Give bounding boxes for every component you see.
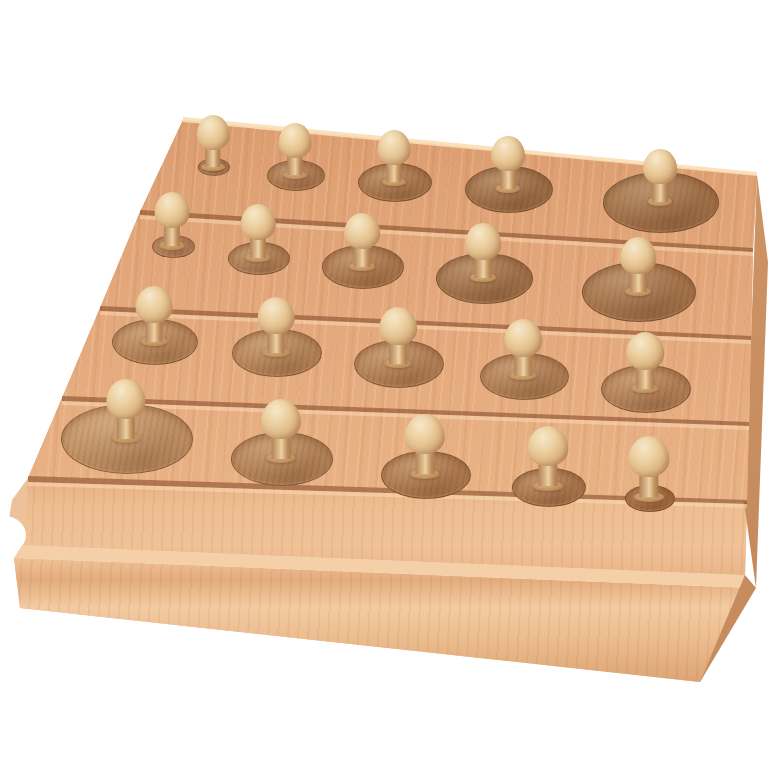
cell-r1c3[interactable] [318, 130, 463, 237]
cell-r2c5[interactable] [607, 246, 752, 353]
cell-r2c3[interactable] [318, 228, 463, 335]
cell-r3c4[interactable] [462, 334, 607, 441]
cell-r3c2[interactable] [173, 316, 318, 423]
cell-r4c3[interactable] [318, 423, 463, 530]
cell-r4c4[interactable] [462, 432, 607, 539]
cell-r4c2[interactable] [173, 414, 318, 521]
cell-r2c1[interactable] [28, 210, 173, 317]
cell-r3c1[interactable] [28, 307, 173, 414]
cell-r1c1[interactable] [28, 112, 173, 219]
cell-r2c4[interactable] [462, 237, 607, 344]
cell-r1c5[interactable] [607, 148, 752, 255]
cell-r4c5[interactable] [607, 441, 752, 548]
scene: Montessori knobbed cylinder blocks — fou… [0, 0, 768, 768]
cell-r1c2[interactable] [173, 121, 318, 228]
cell-r3c3[interactable] [318, 325, 463, 432]
cylinder-grid [28, 112, 752, 548]
cell-r1c4[interactable] [462, 139, 607, 246]
cell-r2c2[interactable] [173, 219, 318, 326]
cell-r3c5[interactable] [607, 343, 752, 450]
cell-r4c1[interactable] [28, 405, 173, 512]
